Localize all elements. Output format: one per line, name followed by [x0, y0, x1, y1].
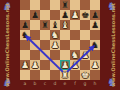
square-f8[interactable] [70, 0, 80, 10]
square-b7[interactable]: ♟ [30, 10, 40, 20]
square-d1[interactable] [50, 70, 60, 80]
square-b4[interactable] [30, 40, 40, 50]
square-a4[interactable] [20, 40, 30, 50]
file-letter-c: c [40, 81, 50, 87]
square-g3[interactable]: ♟ [80, 50, 90, 60]
piece-black-pawn[interactable]: ♟ [30, 10, 40, 20]
square-e5[interactable] [60, 30, 70, 40]
square-f7[interactable]: ♟ [70, 10, 80, 20]
square-g8[interactable] [80, 0, 90, 10]
square-b5[interactable] [30, 30, 40, 40]
piece-black-king[interactable]: ♚ [80, 10, 90, 20]
left-banner-text: www.OnlineChessLessons.net [2, 2, 12, 88]
square-b2[interactable]: ♟ [30, 60, 40, 70]
piece-white-bishop[interactable]: ♝ [60, 20, 70, 30]
square-c1[interactable] [40, 70, 50, 80]
square-a8[interactable] [20, 0, 30, 10]
right-banner-text: www.OnlineChessLessons.net [108, 2, 118, 88]
piece-white-pawn[interactable]: ♟ [90, 60, 100, 70]
square-d2[interactable] [50, 60, 60, 70]
square-d7[interactable] [50, 10, 60, 20]
piece-black-knight[interactable]: ♞ [90, 40, 100, 50]
piece-black-rook[interactable]: ♜ [40, 20, 50, 30]
square-h3[interactable] [90, 50, 100, 60]
square-b6[interactable] [30, 20, 40, 30]
piece-white-pawn[interactable]: ♟ [50, 40, 60, 50]
square-e4[interactable] [60, 40, 70, 50]
file-letter-d: d [50, 81, 60, 87]
square-c6[interactable]: ♜ [40, 20, 50, 30]
square-e2[interactable]: ♟ [60, 60, 70, 70]
square-h2[interactable]: ♟ [90, 60, 100, 70]
square-h1[interactable] [90, 70, 100, 80]
square-g5[interactable] [80, 30, 90, 40]
square-h4[interactable]: ♞ [90, 40, 100, 50]
piece-white-pawn[interactable]: ♟ [80, 50, 90, 60]
square-c2[interactable] [40, 60, 50, 70]
piece-white-rook[interactable]: ♜ [60, 70, 70, 80]
square-h5[interactable] [90, 30, 100, 40]
square-f6[interactable] [70, 20, 80, 30]
square-g1[interactable]: ♚ [80, 70, 90, 80]
file-letter-h: h [90, 81, 100, 87]
square-f1[interactable] [70, 70, 80, 80]
piece-white-pawn[interactable]: ♟ [70, 10, 80, 20]
square-a6[interactable]: ♟ [20, 20, 30, 30]
chess-board[interactable]: ♜♟♟♟♚♟♟♜♝♝♟♞♞♟♞♞♟♟♟♟♟♟♜♚ [20, 0, 100, 80]
square-a5[interactable]: ♞ [20, 30, 30, 40]
square-g7[interactable]: ♚ [80, 10, 90, 20]
piece-white-pawn[interactable]: ♟ [60, 60, 70, 70]
piece-black-bishop[interactable]: ♝ [50, 20, 60, 30]
square-b3[interactable] [30, 50, 40, 60]
square-d8[interactable] [50, 0, 60, 10]
piece-white-king[interactable]: ♚ [80, 70, 90, 80]
square-a3[interactable] [20, 50, 30, 60]
piece-white-knight[interactable]: ♞ [50, 30, 60, 40]
square-e3[interactable] [60, 50, 70, 60]
square-e6[interactable]: ♝ [60, 20, 70, 30]
square-f4[interactable] [70, 40, 80, 50]
left-banner: ♞ ♞ www.OnlineChessLessons.net [0, 0, 20, 90]
square-a2[interactable]: ♟ [20, 60, 30, 70]
right-banner: ♞ ♞ www.OnlineChessLessons.net [100, 0, 120, 90]
square-e7[interactable]: ♟ [60, 10, 70, 20]
square-c8[interactable] [40, 0, 50, 10]
piece-white-pawn[interactable]: ♟ [30, 60, 40, 70]
file-letter-b: b [30, 81, 40, 87]
square-g6[interactable] [80, 20, 90, 30]
square-c3[interactable] [40, 50, 50, 60]
square-h6[interactable]: ♟ [90, 20, 100, 30]
square-h8[interactable] [90, 0, 100, 10]
square-e1[interactable]: ♜ [60, 70, 70, 80]
square-d5[interactable]: ♞ [50, 30, 60, 40]
file-letter-e: e [60, 81, 70, 87]
piece-white-pawn[interactable]: ♟ [70, 60, 80, 70]
piece-white-pawn[interactable]: ♟ [20, 60, 30, 70]
piece-black-pawn[interactable]: ♟ [20, 20, 30, 30]
square-f2[interactable]: ♟ [70, 60, 80, 70]
square-b1[interactable] [30, 70, 40, 80]
square-d4[interactable]: ♟ [50, 40, 60, 50]
square-d6[interactable]: ♝ [50, 20, 60, 30]
square-c5[interactable] [40, 30, 50, 40]
square-f5[interactable] [70, 30, 80, 40]
square-c4[interactable] [40, 40, 50, 50]
piece-white-knight[interactable]: ♞ [70, 50, 80, 60]
square-d3[interactable] [50, 50, 60, 60]
piece-black-pawn[interactable]: ♟ [90, 20, 100, 30]
file-letter-g: g [80, 81, 90, 87]
square-g2[interactable] [80, 60, 90, 70]
piece-black-rook[interactable]: ♜ [60, 0, 70, 10]
piece-black-pawn[interactable]: ♟ [90, 10, 100, 20]
square-g4[interactable] [80, 40, 90, 50]
square-b8[interactable] [30, 0, 40, 10]
chess-video-frame: ♞ ♞ www.OnlineChessLessons.net ♞ ♞ www.O… [0, 0, 120, 90]
square-f3[interactable]: ♞ [70, 50, 80, 60]
piece-black-pawn[interactable]: ♟ [60, 10, 70, 20]
square-c7[interactable] [40, 10, 50, 20]
file-letter-f: f [70, 81, 80, 87]
square-e8[interactable]: ♜ [60, 0, 70, 10]
file-letter-a: a [20, 81, 30, 87]
square-a1[interactable] [20, 70, 30, 80]
square-a7[interactable] [20, 10, 30, 20]
square-h7[interactable]: ♟ [90, 10, 100, 20]
piece-black-knight[interactable]: ♞ [20, 30, 30, 40]
